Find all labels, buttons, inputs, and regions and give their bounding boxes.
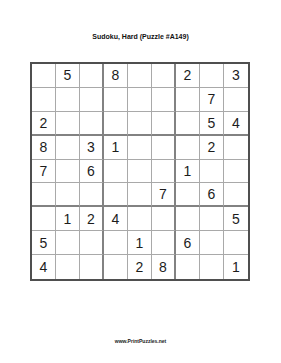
sudoku-board: 5823725483127617612455164281 [30, 62, 250, 281]
cell-r3c4 [104, 112, 128, 136]
cell-r4c9 [224, 136, 248, 160]
cell-r6c3 [80, 183, 104, 207]
cell-r4c2 [56, 136, 80, 160]
cell-r6c7 [176, 183, 200, 207]
cell-r3c6 [152, 112, 176, 136]
cell-r6c2 [56, 183, 80, 207]
cell-r8c8 [200, 231, 224, 255]
cell-r7c2: 1 [56, 207, 80, 231]
cell-r5c5 [128, 160, 152, 184]
cell-r5c3: 6 [80, 160, 104, 184]
cell-r5c6 [152, 160, 176, 184]
cell-r9c3 [80, 255, 104, 279]
cell-r1c5 [128, 64, 152, 88]
cell-r3c9: 4 [224, 112, 248, 136]
cell-r7c3: 2 [80, 207, 104, 231]
cell-r6c8: 6 [200, 183, 224, 207]
cell-r1c3 [80, 64, 104, 88]
cell-r5c4 [104, 160, 128, 184]
cell-r1c8 [200, 64, 224, 88]
cell-r1c9: 3 [224, 64, 248, 88]
cell-r9c7 [176, 255, 200, 279]
cell-r2c6 [152, 88, 176, 112]
cell-r4c5 [128, 136, 152, 160]
cell-r7c7 [176, 207, 200, 231]
cell-r8c1: 5 [32, 231, 56, 255]
cell-r7c1 [32, 207, 56, 231]
cell-r3c2 [56, 112, 80, 136]
cell-r8c6 [152, 231, 176, 255]
cell-r2c2 [56, 88, 80, 112]
cell-r5c8 [200, 160, 224, 184]
cell-r6c5 [128, 183, 152, 207]
cell-r3c7 [176, 112, 200, 136]
cell-r6c4 [104, 183, 128, 207]
cell-r9c8 [200, 255, 224, 279]
cell-r7c9: 5 [224, 207, 248, 231]
cell-r5c1: 7 [32, 160, 56, 184]
page: Sudoku, Hard (Puzzle #A149) 582372548312… [0, 0, 281, 363]
cell-r7c5 [128, 207, 152, 231]
cell-r4c6 [152, 136, 176, 160]
cell-r5c2 [56, 160, 80, 184]
cell-r8c7: 6 [176, 231, 200, 255]
cell-r1c7: 2 [176, 64, 200, 88]
cell-r6c1 [32, 183, 56, 207]
cell-r4c1: 8 [32, 136, 56, 160]
cell-r1c6 [152, 64, 176, 88]
cell-r9c5: 2 [128, 255, 152, 279]
cell-r5c9 [224, 160, 248, 184]
cell-r7c8 [200, 207, 224, 231]
cell-r2c8: 7 [200, 88, 224, 112]
cell-r4c8: 2 [200, 136, 224, 160]
cell-r6c9 [224, 183, 248, 207]
cell-r3c1: 2 [32, 112, 56, 136]
cell-r4c3: 3 [80, 136, 104, 160]
cell-r9c4 [104, 255, 128, 279]
cell-r9c2 [56, 255, 80, 279]
cell-r5c7: 1 [176, 160, 200, 184]
cell-r8c5: 1 [128, 231, 152, 255]
cell-r1c4: 8 [104, 64, 128, 88]
cell-r4c7 [176, 136, 200, 160]
cell-r3c3 [80, 112, 104, 136]
cell-r9c9: 1 [224, 255, 248, 279]
cell-r2c9 [224, 88, 248, 112]
cell-r3c5 [128, 112, 152, 136]
cell-r9c6: 8 [152, 255, 176, 279]
cell-r8c3 [80, 231, 104, 255]
cell-r9c1: 4 [32, 255, 56, 279]
cell-r2c7 [176, 88, 200, 112]
cell-r2c1 [32, 88, 56, 112]
cell-r8c9 [224, 231, 248, 255]
cell-r8c2 [56, 231, 80, 255]
cell-r1c2: 5 [56, 64, 80, 88]
cell-r4c4: 1 [104, 136, 128, 160]
cell-r2c3 [80, 88, 104, 112]
page-title: Sudoku, Hard (Puzzle #A149) [0, 33, 281, 40]
cell-r7c4: 4 [104, 207, 128, 231]
cell-r1c1 [32, 64, 56, 88]
cell-r2c4 [104, 88, 128, 112]
cell-r7c6 [152, 207, 176, 231]
cell-r8c4 [104, 231, 128, 255]
footer-url: www.PrintPuzzles.net [0, 338, 281, 344]
cell-r6c6: 7 [152, 183, 176, 207]
cell-r2c5 [128, 88, 152, 112]
cell-r3c8: 5 [200, 112, 224, 136]
